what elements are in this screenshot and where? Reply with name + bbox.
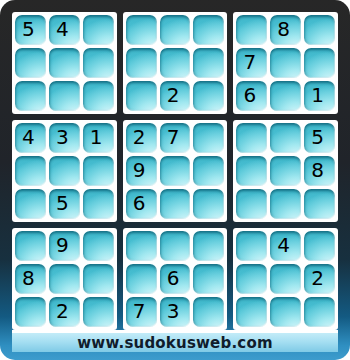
cell-r2c9[interactable] — [304, 48, 335, 78]
cell-r4c1[interactable]: 4 — [15, 123, 46, 153]
cell-r9c1[interactable] — [15, 297, 46, 327]
cell-r8c1[interactable]: 8 — [15, 264, 46, 294]
cell-r4c4[interactable]: 2 — [126, 123, 157, 153]
box-6: 58 — [233, 120, 338, 222]
cell-r8c9[interactable]: 2 — [304, 264, 335, 294]
box-1: 54 — [12, 12, 117, 114]
given-digit: 2 — [167, 85, 180, 105]
cell-r3c4[interactable] — [126, 81, 157, 111]
cell-r3c1[interactable] — [15, 81, 46, 111]
cell-r7c6[interactable] — [193, 231, 224, 261]
given-digit: 7 — [133, 301, 146, 321]
cell-r6c1[interactable] — [15, 189, 46, 219]
cell-r6c7[interactable] — [236, 189, 267, 219]
box-8: 673 — [123, 228, 228, 330]
cell-r3c8[interactable] — [270, 81, 301, 111]
given-digit: 5 — [311, 127, 324, 147]
given-digit: 3 — [167, 301, 180, 321]
given-digit: 5 — [22, 19, 35, 39]
given-digit: 6 — [133, 193, 146, 213]
cell-r8c3[interactable] — [83, 264, 114, 294]
footer-bar: www.sudokusweb.com — [12, 330, 338, 352]
cell-r9c3[interactable] — [83, 297, 114, 327]
given-digit: 9 — [133, 160, 146, 180]
cell-r4c8[interactable] — [270, 123, 301, 153]
cell-r2c7[interactable]: 7 — [236, 48, 267, 78]
cell-r3c3[interactable] — [83, 81, 114, 111]
cell-r3c7[interactable]: 6 — [236, 81, 267, 111]
cell-r1c5[interactable] — [160, 15, 191, 45]
cell-r7c2[interactable]: 9 — [49, 231, 80, 261]
given-digit: 1 — [311, 85, 324, 105]
cell-r2c1[interactable] — [15, 48, 46, 78]
cell-r5c1[interactable] — [15, 156, 46, 186]
cell-r2c2[interactable] — [49, 48, 80, 78]
cell-r3c9[interactable]: 1 — [304, 81, 335, 111]
cell-r5c7[interactable] — [236, 156, 267, 186]
cell-r9c9[interactable] — [304, 297, 335, 327]
sudoku-grid: 5428761431527965898267342 — [12, 12, 338, 330]
cell-r4c9[interactable]: 5 — [304, 123, 335, 153]
cell-r2c3[interactable] — [83, 48, 114, 78]
given-digit: 5 — [56, 193, 69, 213]
cell-r5c8[interactable] — [270, 156, 301, 186]
cell-r8c4[interactable] — [126, 264, 157, 294]
given-digit: 6 — [243, 85, 256, 105]
given-digit: 9 — [56, 235, 69, 255]
given-digit: 8 — [22, 268, 35, 288]
cell-r8c6[interactable] — [193, 264, 224, 294]
cell-r5c3[interactable] — [83, 156, 114, 186]
cell-r1c3[interactable] — [83, 15, 114, 45]
given-digit: 8 — [311, 160, 324, 180]
cell-r1c6[interactable] — [193, 15, 224, 45]
cell-r3c5[interactable]: 2 — [160, 81, 191, 111]
cell-r8c8[interactable] — [270, 264, 301, 294]
cell-r8c5[interactable]: 6 — [160, 264, 191, 294]
given-digit: 3 — [56, 127, 69, 147]
cell-r1c9[interactable] — [304, 15, 335, 45]
cell-r4c7[interactable] — [236, 123, 267, 153]
cell-r6c5[interactable] — [160, 189, 191, 219]
cell-r7c8[interactable]: 4 — [270, 231, 301, 261]
cell-r5c6[interactable] — [193, 156, 224, 186]
cell-r9c8[interactable] — [270, 297, 301, 327]
cell-r1c1[interactable]: 5 — [15, 15, 46, 45]
cell-r5c2[interactable] — [49, 156, 80, 186]
cell-r6c4[interactable]: 6 — [126, 189, 157, 219]
box-4: 4315 — [12, 120, 117, 222]
cell-r7c4[interactable] — [126, 231, 157, 261]
box-7: 982 — [12, 228, 117, 330]
cell-r2c6[interactable] — [193, 48, 224, 78]
given-digit: 7 — [167, 127, 180, 147]
cell-r7c9[interactable] — [304, 231, 335, 261]
cell-r7c1[interactable] — [15, 231, 46, 261]
cell-r6c8[interactable] — [270, 189, 301, 219]
cell-r6c2[interactable]: 5 — [49, 189, 80, 219]
cell-r7c5[interactable] — [160, 231, 191, 261]
cell-r6c3[interactable] — [83, 189, 114, 219]
given-digit: 7 — [243, 52, 256, 72]
cell-r5c4[interactable]: 9 — [126, 156, 157, 186]
cell-r8c7[interactable] — [236, 264, 267, 294]
given-digit: 8 — [277, 19, 290, 39]
cell-r3c2[interactable] — [49, 81, 80, 111]
given-digit: 4 — [22, 127, 35, 147]
box-2: 2 — [123, 12, 228, 114]
cell-r6c9[interactable] — [304, 189, 335, 219]
cell-r5c5[interactable] — [160, 156, 191, 186]
box-5: 2796 — [123, 120, 228, 222]
cell-r2c4[interactable] — [126, 48, 157, 78]
given-digit: 2 — [56, 301, 69, 321]
cell-r4c3[interactable]: 1 — [83, 123, 114, 153]
cell-r3c6[interactable] — [193, 81, 224, 111]
given-digit: 2 — [133, 127, 146, 147]
cell-r8c2[interactable] — [49, 264, 80, 294]
cell-r1c8[interactable]: 8 — [270, 15, 301, 45]
given-digit: 6 — [167, 268, 180, 288]
cell-r9c5[interactable]: 3 — [160, 297, 191, 327]
given-digit: 2 — [311, 268, 324, 288]
cell-r1c2[interactable]: 4 — [49, 15, 80, 45]
cell-r2c8[interactable] — [270, 48, 301, 78]
cell-r5c9[interactable]: 8 — [304, 156, 335, 186]
box-9: 42 — [233, 228, 338, 330]
cell-r1c4[interactable] — [126, 15, 157, 45]
cell-r4c6[interactable] — [193, 123, 224, 153]
given-digit: 4 — [56, 19, 69, 39]
cell-r9c2[interactable]: 2 — [49, 297, 80, 327]
box-3: 8761 — [233, 12, 338, 114]
given-digit: 4 — [277, 235, 290, 255]
website-url: www.sudokusweb.com — [77, 334, 272, 352]
cell-r4c5[interactable]: 7 — [160, 123, 191, 153]
cell-r2c5[interactable] — [160, 48, 191, 78]
cell-r1c7[interactable] — [236, 15, 267, 45]
cell-r9c6[interactable] — [193, 297, 224, 327]
cell-r6c6[interactable] — [193, 189, 224, 219]
cell-r4c2[interactable]: 3 — [49, 123, 80, 153]
cell-r7c7[interactable] — [236, 231, 267, 261]
cell-r9c4[interactable]: 7 — [126, 297, 157, 327]
sudoku-board: 5428761431527965898267342 www.sudokusweb… — [0, 0, 350, 360]
cell-r7c3[interactable] — [83, 231, 114, 261]
given-digit: 1 — [90, 127, 103, 147]
cell-r9c7[interactable] — [236, 297, 267, 327]
